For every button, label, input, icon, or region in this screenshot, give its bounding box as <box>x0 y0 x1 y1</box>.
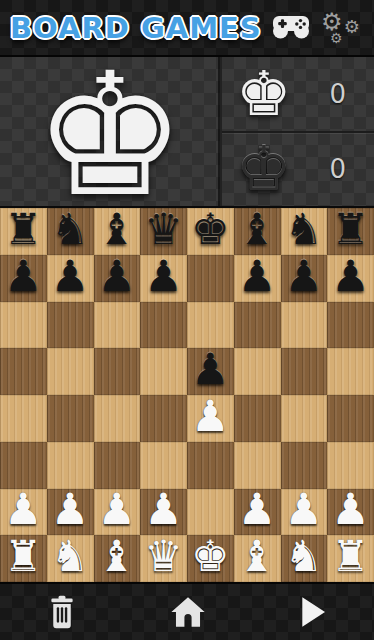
square-a5[interactable] <box>0 348 47 395</box>
square-e4[interactable]: ♟ <box>187 395 234 442</box>
piece-black-bishop: ♝ <box>238 208 277 251</box>
play-icon <box>299 596 327 628</box>
piece-white-pawn: ♟ <box>238 488 277 531</box>
white-king-turn-icon: ♚ <box>34 60 186 206</box>
square-a8[interactable]: ♜ <box>0 208 47 255</box>
black-capture-count: 0 <box>330 154 347 184</box>
home-icon <box>170 596 206 628</box>
square-h1[interactable]: ♜ <box>327 535 374 582</box>
gamepad-button[interactable] <box>266 7 316 48</box>
piece-white-bishop: ♝ <box>98 535 137 578</box>
piece-black-rook: ♜ <box>4 208 43 251</box>
square-d8[interactable]: ♛ <box>140 208 187 255</box>
square-a7[interactable]: ♟ <box>0 255 47 302</box>
piece-black-pawn: ♟ <box>285 255 324 298</box>
square-h3[interactable] <box>327 442 374 489</box>
square-g3[interactable] <box>281 442 328 489</box>
board-games-app: BOARD GAMES <box>0 0 374 640</box>
piece-black-pawn: ♟ <box>98 255 137 298</box>
square-a3[interactable] <box>0 442 47 489</box>
piece-black-pawn: ♟ <box>238 255 277 298</box>
piece-white-pawn: ♟ <box>191 395 230 438</box>
piece-black-knight: ♞ <box>51 208 90 251</box>
piece-white-rook: ♜ <box>331 535 370 578</box>
square-h4[interactable] <box>327 395 374 442</box>
settings-button[interactable]: ⚙ ⚙ ⚙ <box>316 4 364 52</box>
square-d7[interactable]: ♟ <box>140 255 187 302</box>
piece-black-queen: ♛ <box>144 208 183 251</box>
square-a1[interactable]: ♜ <box>0 535 47 582</box>
square-b8[interactable]: ♞ <box>47 208 94 255</box>
settings-gears-icon: ⚙ ⚙ ⚙ <box>320 8 360 48</box>
square-e1[interactable]: ♚ <box>187 535 234 582</box>
square-g7[interactable]: ♟ <box>281 255 328 302</box>
square-g4[interactable] <box>281 395 328 442</box>
square-c3[interactable] <box>94 442 141 489</box>
square-e5[interactable]: ♟ <box>187 348 234 395</box>
square-d3[interactable] <box>140 442 187 489</box>
square-f1[interactable]: ♝ <box>234 535 281 582</box>
piece-black-rook: ♜ <box>331 208 370 251</box>
info-panels: ♚ ♚ 0 ♚ 0 <box>0 57 374 208</box>
home-button[interactable] <box>156 590 220 634</box>
square-d4[interactable] <box>140 395 187 442</box>
square-g5[interactable] <box>281 348 328 395</box>
square-e2[interactable] <box>187 489 234 536</box>
square-c8[interactable]: ♝ <box>94 208 141 255</box>
piece-white-knight: ♞ <box>285 535 324 578</box>
square-h8[interactable]: ♜ <box>327 208 374 255</box>
square-c2[interactable]: ♟ <box>94 489 141 536</box>
square-c7[interactable]: ♟ <box>94 255 141 302</box>
square-b1[interactable]: ♞ <box>47 535 94 582</box>
gamepad-icon <box>270 11 312 44</box>
square-b5[interactable] <box>47 348 94 395</box>
black-king-icon: ♚ <box>236 138 292 200</box>
square-f3[interactable] <box>234 442 281 489</box>
square-b3[interactable] <box>47 442 94 489</box>
square-a6[interactable] <box>0 302 47 349</box>
square-h5[interactable] <box>327 348 374 395</box>
piece-white-pawn: ♟ <box>4 488 43 531</box>
white-capture-count: 0 <box>330 79 347 109</box>
square-d1[interactable]: ♛ <box>140 535 187 582</box>
piece-white-bishop: ♝ <box>238 535 277 578</box>
white-capture-panel: ♚ 0 <box>222 57 374 131</box>
square-b6[interactable] <box>47 302 94 349</box>
square-f2[interactable]: ♟ <box>234 489 281 536</box>
bottom-toolbar <box>0 582 374 640</box>
app-title: BOARD GAMES <box>10 11 262 45</box>
play-button[interactable] <box>285 590 341 634</box>
square-c4[interactable] <box>94 395 141 442</box>
square-c6[interactable] <box>94 302 141 349</box>
square-d2[interactable]: ♟ <box>140 489 187 536</box>
piece-black-pawn: ♟ <box>331 255 370 298</box>
square-g2[interactable]: ♟ <box>281 489 328 536</box>
piece-white-pawn: ♟ <box>285 488 324 531</box>
square-f6[interactable] <box>234 302 281 349</box>
piece-white-pawn: ♟ <box>51 488 90 531</box>
square-f7[interactable]: ♟ <box>234 255 281 302</box>
app-header: BOARD GAMES <box>0 0 374 57</box>
square-c1[interactable]: ♝ <box>94 535 141 582</box>
square-f4[interactable] <box>234 395 281 442</box>
square-a2[interactable]: ♟ <box>0 489 47 536</box>
square-d6[interactable] <box>140 302 187 349</box>
piece-black-pawn: ♟ <box>191 348 230 391</box>
square-b7[interactable]: ♟ <box>47 255 94 302</box>
black-capture-panel: ♚ 0 <box>222 131 374 207</box>
trash-icon <box>47 595 77 629</box>
square-g6[interactable] <box>281 302 328 349</box>
square-e6[interactable] <box>187 302 234 349</box>
piece-black-king: ♚ <box>191 208 230 251</box>
piece-black-pawn: ♟ <box>144 255 183 298</box>
piece-white-pawn: ♟ <box>98 488 137 531</box>
piece-white-rook: ♜ <box>4 535 43 578</box>
piece-white-pawn: ♟ <box>144 488 183 531</box>
square-e8[interactable]: ♚ <box>187 208 234 255</box>
square-e3[interactable] <box>187 442 234 489</box>
gear-small-icon: ⚙ <box>330 31 343 45</box>
capture-counters: ♚ 0 ♚ 0 <box>222 57 374 206</box>
square-e7[interactable] <box>187 255 234 302</box>
piece-black-knight: ♞ <box>285 208 324 251</box>
white-king-icon: ♚ <box>236 63 292 125</box>
piece-black-pawn: ♟ <box>51 255 90 298</box>
square-g1[interactable]: ♞ <box>281 535 328 582</box>
square-b4[interactable] <box>47 395 94 442</box>
piece-white-knight: ♞ <box>51 535 90 578</box>
square-h6[interactable] <box>327 302 374 349</box>
piece-white-queen: ♛ <box>144 535 183 578</box>
square-b2[interactable]: ♟ <box>47 489 94 536</box>
square-g8[interactable]: ♞ <box>281 208 328 255</box>
square-c5[interactable] <box>94 348 141 395</box>
square-h2[interactable]: ♟ <box>327 489 374 536</box>
chess-board: ♜♞♝♛♚♝♞♜♟♟♟♟♟♟♟♟♟♟♟♟♟♟♟♟♜♞♝♛♚♝♞♜ <box>0 208 374 582</box>
piece-white-king: ♚ <box>191 535 230 578</box>
square-f8[interactable]: ♝ <box>234 208 281 255</box>
piece-white-pawn: ♟ <box>331 488 370 531</box>
piece-black-bishop: ♝ <box>98 208 137 251</box>
square-f5[interactable] <box>234 348 281 395</box>
turn-indicator-panel: ♚ <box>0 57 222 206</box>
piece-black-pawn: ♟ <box>4 255 43 298</box>
square-h7[interactable]: ♟ <box>327 255 374 302</box>
gear-medium-icon: ⚙ <box>344 18 360 36</box>
trash-button[interactable] <box>33 589 91 635</box>
square-a4[interactable] <box>0 395 47 442</box>
square-d5[interactable] <box>140 348 187 395</box>
